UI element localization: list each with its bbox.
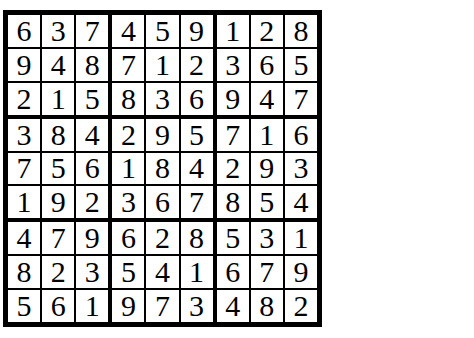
sudoku-cell-r8c6[interactable]: 1 — [181, 256, 213, 288]
sudoku-cell-r6c4[interactable]: 3 — [112, 186, 144, 218]
sudoku-cell-r5c6[interactable]: 4 — [181, 153, 213, 185]
sudoku-box-r1c2: 716293854 — [217, 119, 317, 219]
sudoku-cell-r7c9[interactable]: 1 — [285, 222, 317, 254]
sudoku-cell-r4c2[interactable]: 8 — [42, 119, 74, 151]
sudoku-cell-r1c4[interactable]: 4 — [112, 15, 144, 47]
sudoku-cell-r3c8[interactable]: 4 — [251, 83, 283, 115]
sudoku-cell-r7c7[interactable]: 5 — [217, 222, 249, 254]
sudoku-cell-r5c7[interactable]: 2 — [217, 153, 249, 185]
sudoku-cell-r9c6[interactable]: 3 — [181, 290, 213, 322]
sudoku-cell-r6c5[interactable]: 6 — [146, 186, 178, 218]
sudoku-box-r2c2: 531679482 — [217, 222, 317, 322]
sudoku-box-r2c1: 628541973 — [112, 222, 212, 322]
sudoku-cell-r1c9[interactable]: 8 — [285, 15, 317, 47]
sudoku-cell-r2c3[interactable]: 8 — [76, 49, 108, 81]
sudoku-cell-r7c1[interactable]: 4 — [8, 222, 40, 254]
sudoku-cell-r9c5[interactable]: 7 — [146, 290, 178, 322]
sudoku-cell-r6c3[interactable]: 2 — [76, 186, 108, 218]
sudoku-cell-r7c8[interactable]: 3 — [251, 222, 283, 254]
sudoku-cell-r3c4[interactable]: 8 — [112, 83, 144, 115]
sudoku-cell-r4c1[interactable]: 3 — [8, 119, 40, 151]
sudoku-cell-r7c6[interactable]: 8 — [181, 222, 213, 254]
sudoku-cell-r1c8[interactable]: 2 — [251, 15, 283, 47]
sudoku-cell-r5c1[interactable]: 7 — [8, 153, 40, 185]
sudoku-cell-r5c3[interactable]: 6 — [76, 153, 108, 185]
sudoku-cell-r9c7[interactable]: 4 — [217, 290, 249, 322]
sudoku-cell-r2c1[interactable]: 9 — [8, 49, 40, 81]
sudoku-cell-r1c3[interactable]: 7 — [76, 15, 108, 47]
sudoku-cell-r8c7[interactable]: 6 — [217, 256, 249, 288]
sudoku-cell-r5c2[interactable]: 5 — [42, 153, 74, 185]
sudoku-cell-r6c9[interactable]: 4 — [285, 186, 317, 218]
sudoku-cell-r8c8[interactable]: 7 — [251, 256, 283, 288]
sudoku-cell-r3c3[interactable]: 5 — [76, 83, 108, 115]
sudoku-cell-r2c9[interactable]: 5 — [285, 49, 317, 81]
sudoku-board: 6379482154597128361283659473847561922951… — [3, 10, 322, 327]
sudoku-cell-r9c8[interactable]: 8 — [251, 290, 283, 322]
sudoku-cell-r6c6[interactable]: 7 — [181, 186, 213, 218]
sudoku-cell-r3c9[interactable]: 7 — [285, 83, 317, 115]
sudoku-cell-r7c5[interactable]: 2 — [146, 222, 178, 254]
sudoku-cell-r3c7[interactable]: 9 — [217, 83, 249, 115]
sudoku-cell-r2c6[interactable]: 2 — [181, 49, 213, 81]
sudoku-cell-r9c2[interactable]: 6 — [42, 290, 74, 322]
sudoku-box-r0c0: 637948215 — [8, 15, 108, 115]
sudoku-cell-r3c5[interactable]: 3 — [146, 83, 178, 115]
sudoku-cell-r2c2[interactable]: 4 — [42, 49, 74, 81]
sudoku-cell-r7c3[interactable]: 9 — [76, 222, 108, 254]
sudoku-cell-r5c8[interactable]: 9 — [251, 153, 283, 185]
sudoku-cell-r3c1[interactable]: 2 — [8, 83, 40, 115]
sudoku-cell-r2c8[interactable]: 6 — [251, 49, 283, 81]
sudoku-cell-r6c1[interactable]: 1 — [8, 186, 40, 218]
sudoku-cell-r9c3[interactable]: 1 — [76, 290, 108, 322]
sudoku-cell-r2c7[interactable]: 3 — [217, 49, 249, 81]
sudoku-cell-r4c7[interactable]: 7 — [217, 119, 249, 151]
sudoku-cell-r5c4[interactable]: 1 — [112, 153, 144, 185]
sudoku-cell-r8c1[interactable]: 8 — [8, 256, 40, 288]
sudoku-cell-r4c4[interactable]: 2 — [112, 119, 144, 151]
sudoku-cell-r1c2[interactable]: 3 — [42, 15, 74, 47]
sudoku-cell-r8c9[interactable]: 9 — [285, 256, 317, 288]
sudoku-cell-r1c7[interactable]: 1 — [217, 15, 249, 47]
sudoku-cell-r5c5[interactable]: 8 — [146, 153, 178, 185]
sudoku-cell-r8c3[interactable]: 3 — [76, 256, 108, 288]
sudoku-cell-r4c8[interactable]: 1 — [251, 119, 283, 151]
sudoku-cell-r6c8[interactable]: 5 — [251, 186, 283, 218]
sudoku-cell-r4c6[interactable]: 5 — [181, 119, 213, 151]
sudoku-cell-r9c9[interactable]: 2 — [285, 290, 317, 322]
sudoku-cell-r4c9[interactable]: 6 — [285, 119, 317, 151]
sudoku-cell-r3c6[interactable]: 6 — [181, 83, 213, 115]
sudoku-cell-r4c5[interactable]: 9 — [146, 119, 178, 151]
sudoku-box-r0c1: 459712836 — [112, 15, 212, 115]
sudoku-cell-r8c2[interactable]: 2 — [42, 256, 74, 288]
sudoku-cell-r3c2[interactable]: 1 — [42, 83, 74, 115]
sudoku-box-r2c0: 479823561 — [8, 222, 108, 322]
sudoku-cell-r7c4[interactable]: 6 — [112, 222, 144, 254]
sudoku-cell-r8c4[interactable]: 5 — [112, 256, 144, 288]
sudoku-cell-r4c3[interactable]: 4 — [76, 119, 108, 151]
sudoku-cell-r9c4[interactable]: 9 — [112, 290, 144, 322]
sudoku-cell-r9c1[interactable]: 5 — [8, 290, 40, 322]
sudoku-cell-r1c5[interactable]: 5 — [146, 15, 178, 47]
sudoku-cell-r5c9[interactable]: 3 — [285, 153, 317, 185]
sudoku-cell-r6c7[interactable]: 8 — [217, 186, 249, 218]
sudoku-box-r1c0: 384756192 — [8, 119, 108, 219]
sudoku-cell-r8c5[interactable]: 4 — [146, 256, 178, 288]
sudoku-cell-r1c6[interactable]: 9 — [181, 15, 213, 47]
sudoku-cell-r7c2[interactable]: 7 — [42, 222, 74, 254]
sudoku-cell-r1c1[interactable]: 6 — [8, 15, 40, 47]
sudoku-cell-r2c4[interactable]: 7 — [112, 49, 144, 81]
sudoku-box-r1c1: 295184367 — [112, 119, 212, 219]
sudoku-cell-r2c5[interactable]: 1 — [146, 49, 178, 81]
sudoku-box-r0c2: 128365947 — [217, 15, 317, 115]
sudoku-cell-r6c2[interactable]: 9 — [42, 186, 74, 218]
